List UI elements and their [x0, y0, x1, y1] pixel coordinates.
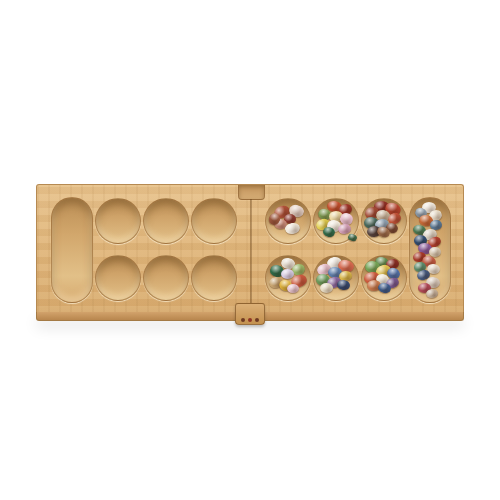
- gemstone: [347, 233, 358, 243]
- pit-left-bottom-1[interactable]: [95, 255, 141, 301]
- pit-left-bottom-2[interactable]: [143, 255, 189, 301]
- pit-right-bottom-1[interactable]: [265, 255, 311, 301]
- gemstone: [287, 284, 299, 293]
- pit-right-bottom-3[interactable]: [361, 255, 407, 301]
- store-left[interactable]: [51, 197, 93, 303]
- gemstone: [320, 283, 333, 293]
- pit-left-top-3[interactable]: [191, 198, 237, 244]
- gemstone: [425, 288, 438, 299]
- pit-right-top-1[interactable]: [265, 198, 311, 244]
- mancala-board: [36, 184, 464, 313]
- product-photo-canvas: [0, 0, 500, 500]
- board-grid: [37, 185, 463, 314]
- gemstone: [285, 222, 302, 235]
- pit-left-bottom-3[interactable]: [191, 255, 237, 301]
- pit-left-top-2[interactable]: [143, 198, 189, 244]
- gemstone: [337, 279, 352, 291]
- pit-left-top-1[interactable]: [95, 198, 141, 244]
- hinge-bottom-knuckle: [235, 303, 265, 325]
- store-right[interactable]: [409, 197, 451, 303]
- hinge-pin-icon: [255, 318, 259, 322]
- pit-right-top-3[interactable]: [361, 198, 407, 244]
- pit-right-bottom-2[interactable]: [313, 255, 359, 301]
- loose-stone-area: [348, 234, 360, 244]
- hinge-pin-icon: [241, 318, 245, 322]
- hinge-pin-icon: [248, 318, 252, 322]
